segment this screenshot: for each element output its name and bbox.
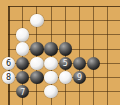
white-stone[interactable] <box>44 57 57 70</box>
board-intersection[interactable] <box>101 70 115 84</box>
board-intersection[interactable] <box>58 85 72 99</box>
board-intersection[interactable] <box>1 14 15 28</box>
move-number-label: 7 <box>20 88 25 96</box>
board-intersection[interactable] <box>44 70 58 84</box>
board-intersection[interactable] <box>58 28 72 42</box>
board-intersection[interactable] <box>16 42 30 56</box>
board-intersection[interactable] <box>30 56 44 70</box>
board-intersection[interactable] <box>58 0 72 14</box>
white-stone[interactable] <box>44 71 57 84</box>
board-intersection[interactable] <box>16 14 30 28</box>
board-intersection[interactable] <box>87 85 101 99</box>
board-intersection[interactable] <box>30 0 44 14</box>
board-intersection[interactable]: 6 <box>1 56 15 70</box>
board-intersection[interactable]: 5 <box>58 56 72 70</box>
board-intersection[interactable]: 7 <box>16 85 30 99</box>
board-intersection[interactable] <box>72 0 86 14</box>
go-board[interactable]: 65897 <box>1 0 115 99</box>
black-stone[interactable] <box>30 42 43 55</box>
board-intersection[interactable] <box>44 28 58 42</box>
board-intersection[interactable] <box>101 0 115 14</box>
board-intersection[interactable]: 9 <box>72 70 86 84</box>
black-stone[interactable] <box>87 57 100 70</box>
black-stone[interactable]: 7 <box>16 85 29 98</box>
board-intersection[interactable] <box>1 85 15 99</box>
board-intersection[interactable] <box>16 28 30 42</box>
white-stone[interactable]: 8 <box>2 71 15 84</box>
board-intersection[interactable] <box>1 28 15 42</box>
black-stone[interactable]: 9 <box>73 71 86 84</box>
board-intersection[interactable] <box>72 14 86 28</box>
board-intersection[interactable] <box>72 42 86 56</box>
board-intersection[interactable] <box>30 70 44 84</box>
board-intersection[interactable] <box>58 14 72 28</box>
white-stone[interactable] <box>30 14 43 27</box>
board-intersection[interactable] <box>87 70 101 84</box>
white-stone[interactable] <box>59 71 72 84</box>
board-intersection[interactable] <box>72 85 86 99</box>
board-intersection[interactable] <box>87 56 101 70</box>
board-intersection[interactable] <box>30 28 44 42</box>
move-number-label: 5 <box>63 60 68 68</box>
white-stone[interactable] <box>16 42 29 55</box>
move-number-label: 9 <box>77 74 82 82</box>
board-intersection[interactable] <box>1 42 15 56</box>
board-intersection[interactable] <box>72 56 86 70</box>
board-intersection[interactable] <box>72 28 86 42</box>
white-stone[interactable] <box>30 57 43 70</box>
board-intersection[interactable] <box>16 56 30 70</box>
black-stone[interactable] <box>30 71 43 84</box>
board-intersection[interactable] <box>16 0 30 14</box>
board-intersection[interactable] <box>30 42 44 56</box>
board-intersection[interactable] <box>44 85 58 99</box>
black-stone[interactable] <box>44 42 57 55</box>
black-stone[interactable] <box>73 57 86 70</box>
board-intersection[interactable] <box>58 70 72 84</box>
board-intersection[interactable]: 8 <box>1 70 15 84</box>
board-intersection[interactable] <box>101 85 115 99</box>
white-stone[interactable] <box>16 28 29 41</box>
white-stone[interactable] <box>44 85 57 98</box>
board-intersection[interactable] <box>44 56 58 70</box>
board-intersection[interactable] <box>44 42 58 56</box>
board-intersection[interactable] <box>87 0 101 14</box>
board-intersection[interactable] <box>44 0 58 14</box>
move-number-label: 8 <box>6 74 11 82</box>
board-intersection[interactable] <box>1 0 15 14</box>
board-intersection[interactable] <box>87 28 101 42</box>
black-stone[interactable]: 5 <box>59 57 72 70</box>
board-intersection[interactable] <box>16 70 30 84</box>
board-intersection[interactable] <box>101 56 115 70</box>
board-intersection[interactable] <box>30 85 44 99</box>
black-stone[interactable] <box>16 71 29 84</box>
move-number-label: 6 <box>6 60 11 68</box>
black-stone[interactable] <box>59 42 72 55</box>
board-intersection[interactable] <box>58 42 72 56</box>
white-stone[interactable]: 6 <box>2 57 15 70</box>
board-intersection[interactable] <box>87 42 101 56</box>
board-intersection[interactable] <box>101 42 115 56</box>
board-intersection[interactable] <box>101 28 115 42</box>
board-intersection[interactable] <box>101 14 115 28</box>
go-board-screenshot: 65897 <box>0 0 120 105</box>
black-stone[interactable] <box>16 57 29 70</box>
board-intersection[interactable] <box>87 14 101 28</box>
board-intersection[interactable] <box>30 14 44 28</box>
board-intersection[interactable] <box>44 14 58 28</box>
